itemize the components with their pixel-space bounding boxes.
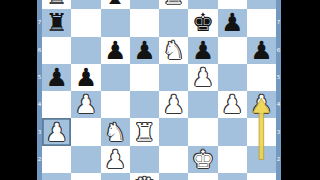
square-e5 [159, 64, 188, 91]
square-e4: ♟ [159, 91, 188, 118]
square-c5 [101, 64, 130, 91]
square-b6 [71, 37, 100, 64]
rank-label-right-3: 3 [276, 129, 281, 136]
piece-black-bishop: ♝ [104, 0, 126, 8]
piece-white-rook: ♜ [133, 119, 155, 144]
square-c1 [101, 173, 130, 180]
piece-black-pawn: ♟ [45, 65, 67, 90]
rank-label-right-2: 2 [276, 156, 281, 163]
square-c2: ♟ [101, 146, 130, 173]
square-h5 [247, 64, 276, 91]
square-c4 [101, 91, 130, 118]
piece-white-pawn: ♟ [75, 92, 97, 117]
piece-white-pawn: ♟ [250, 92, 272, 117]
square-b5: ♟ [71, 64, 100, 91]
video-frame: ♜♝♜♜♚♟♟♟♞♟♟♟♟♟♟♟♟♟♟♞♜♟♚♛ 776655443322 [0, 0, 320, 180]
square-h8 [247, 0, 276, 9]
square-b8 [71, 0, 100, 9]
square-a4 [42, 91, 71, 118]
square-g2 [218, 146, 247, 173]
piece-black-pawn: ♟ [104, 37, 126, 62]
square-g6 [218, 37, 247, 64]
square-a6 [42, 37, 71, 64]
rank-label-right-7: 7 [276, 19, 281, 26]
square-h7 [247, 9, 276, 36]
square-f7: ♚ [188, 9, 217, 36]
square-b4: ♟ [71, 91, 100, 118]
square-h4: ♟ [247, 91, 276, 118]
square-e1 [159, 173, 188, 180]
square-g8 [218, 0, 247, 9]
square-e8: ♜ [159, 0, 188, 9]
square-a2 [42, 146, 71, 173]
square-g1 [218, 173, 247, 180]
piece-black-king: ♚ [192, 10, 214, 35]
piece-white-rook: ♜ [162, 0, 184, 8]
rank-label-left-2: 2 [37, 156, 42, 163]
square-h3 [247, 118, 276, 145]
square-a1 [42, 173, 71, 180]
rank-label-left-4: 4 [37, 101, 42, 108]
square-d5 [130, 64, 159, 91]
square-b3 [71, 118, 100, 145]
piece-black-pawn: ♟ [192, 37, 214, 62]
rank-label-right-5: 5 [276, 74, 281, 81]
board-grid: ♜♝♜♜♚♟♟♟♞♟♟♟♟♟♟♟♟♟♟♞♜♟♚♛ [42, 0, 276, 180]
piece-black-rook: ♜ [45, 0, 67, 8]
square-h2 [247, 146, 276, 173]
square-c8: ♝ [101, 0, 130, 9]
square-f2: ♚ [188, 146, 217, 173]
square-f8 [188, 0, 217, 9]
piece-black-pawn: ♟ [133, 37, 155, 62]
square-d6: ♟ [130, 37, 159, 64]
piece-white-pawn: ♟ [45, 119, 67, 144]
square-e2 [159, 146, 188, 173]
square-g4: ♟ [218, 91, 247, 118]
rank-label-right-6: 6 [276, 47, 281, 54]
piece-black-pawn: ♟ [250, 37, 272, 62]
square-c6: ♟ [101, 37, 130, 64]
piece-white-pawn: ♟ [192, 65, 214, 90]
square-f6: ♟ [188, 37, 217, 64]
square-d2 [130, 146, 159, 173]
square-b7 [71, 9, 100, 36]
square-g5 [218, 64, 247, 91]
square-d3: ♜ [130, 118, 159, 145]
square-f4 [188, 91, 217, 118]
square-a8: ♜ [42, 0, 71, 9]
square-f3 [188, 118, 217, 145]
square-d1: ♛ [130, 173, 159, 180]
square-a5: ♟ [42, 64, 71, 91]
piece-white-king: ♚ [192, 146, 214, 171]
square-c3: ♞ [101, 118, 130, 145]
piece-white-knight: ♞ [162, 37, 184, 62]
square-h1 [247, 173, 276, 180]
rank-label-right-4: 4 [276, 101, 281, 108]
piece-white-knight: ♞ [104, 119, 126, 144]
square-d4 [130, 91, 159, 118]
square-a3: ♟ [42, 118, 71, 145]
rank-label-left-6: 6 [37, 47, 42, 54]
piece-black-rook: ♜ [45, 10, 67, 35]
rank-label-left-7: 7 [37, 19, 42, 26]
piece-white-queen: ♛ [133, 174, 155, 180]
square-h6: ♟ [247, 37, 276, 64]
square-d8 [130, 0, 159, 9]
square-e7 [159, 9, 188, 36]
square-c7 [101, 9, 130, 36]
square-g3 [218, 118, 247, 145]
rank-label-left-5: 5 [37, 74, 42, 81]
square-b2 [71, 146, 100, 173]
piece-black-pawn: ♟ [221, 10, 243, 35]
square-g7: ♟ [218, 9, 247, 36]
square-a7: ♜ [42, 9, 71, 36]
square-b1 [71, 173, 100, 180]
chess-board: ♜♝♜♜♚♟♟♟♞♟♟♟♟♟♟♟♟♟♟♞♜♟♚♛ 776655443322 [37, 0, 281, 180]
rank-label-left-3: 3 [37, 129, 42, 136]
piece-white-pawn: ♟ [104, 146, 126, 171]
square-d7 [130, 9, 159, 36]
piece-white-pawn: ♟ [162, 92, 184, 117]
square-e3 [159, 118, 188, 145]
piece-black-pawn: ♟ [75, 65, 97, 90]
piece-white-pawn: ♟ [221, 92, 243, 117]
square-f1 [188, 173, 217, 180]
square-f5: ♟ [188, 64, 217, 91]
square-e6: ♞ [159, 37, 188, 64]
